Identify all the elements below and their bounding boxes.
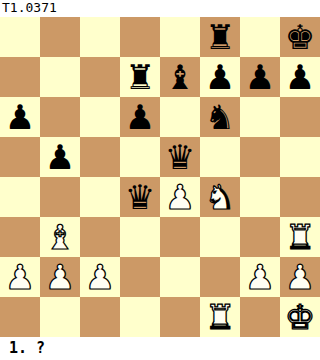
black-bishop[interactable]: ♝ [165, 57, 195, 97]
white-king[interactable]: ♚ [285, 297, 315, 337]
square-d2[interactable] [120, 257, 160, 297]
white-pawn[interactable]: ♟ [285, 257, 315, 297]
square-c5[interactable] [80, 137, 120, 177]
square-a1[interactable] [0, 297, 40, 337]
black-queen[interactable]: ♛ [125, 177, 155, 217]
white-pawn[interactable]: ♟ [5, 257, 35, 297]
black-pawn[interactable]: ♟ [245, 57, 275, 97]
square-a6[interactable]: ♟ [0, 97, 40, 137]
black-king[interactable]: ♚ [285, 17, 315, 57]
white-bishop[interactable]: ♝ [45, 217, 75, 257]
square-b8[interactable] [40, 17, 80, 57]
square-b3[interactable]: ♝ [40, 217, 80, 257]
square-d7[interactable]: ♜ [120, 57, 160, 97]
square-c1[interactable] [80, 297, 120, 337]
white-rook[interactable]: ♜ [285, 217, 315, 257]
square-b5[interactable]: ♟ [40, 137, 80, 177]
square-f4[interactable]: ♞ [200, 177, 240, 217]
square-g3[interactable] [240, 217, 280, 257]
square-d3[interactable] [120, 217, 160, 257]
square-b4[interactable] [40, 177, 80, 217]
square-f1[interactable]: ♜ [200, 297, 240, 337]
square-e3[interactable] [160, 217, 200, 257]
square-g6[interactable] [240, 97, 280, 137]
black-queen[interactable]: ♛ [165, 137, 195, 177]
white-pawn[interactable]: ♟ [85, 257, 115, 297]
move-prompt: 1. ? [0, 337, 320, 360]
square-f8[interactable]: ♜ [200, 17, 240, 57]
chess-puzzle-page: T1.0371 ♜♚♜♝♟♟♟♟♟♞♟♛♛♟♞♝♜♟♟♟♟♟♜♚ 1. ? [0, 0, 320, 360]
square-g2[interactable]: ♟ [240, 257, 280, 297]
square-a8[interactable] [0, 17, 40, 57]
square-d4[interactable]: ♛ [120, 177, 160, 217]
square-f3[interactable] [200, 217, 240, 257]
black-knight[interactable]: ♞ [205, 97, 235, 137]
white-pawn[interactable]: ♟ [245, 257, 275, 297]
white-knight[interactable]: ♞ [205, 177, 235, 217]
square-e5[interactable]: ♛ [160, 137, 200, 177]
square-c4[interactable] [80, 177, 120, 217]
square-b1[interactable] [40, 297, 80, 337]
square-g1[interactable] [240, 297, 280, 337]
square-f5[interactable] [200, 137, 240, 177]
square-d1[interactable] [120, 297, 160, 337]
square-b6[interactable] [40, 97, 80, 137]
square-e1[interactable] [160, 297, 200, 337]
square-g5[interactable] [240, 137, 280, 177]
black-pawn[interactable]: ♟ [285, 57, 315, 97]
square-h1[interactable]: ♚ [280, 297, 320, 337]
square-h8[interactable]: ♚ [280, 17, 320, 57]
square-f7[interactable]: ♟ [200, 57, 240, 97]
square-e7[interactable]: ♝ [160, 57, 200, 97]
square-d6[interactable]: ♟ [120, 97, 160, 137]
square-d5[interactable] [120, 137, 160, 177]
square-a3[interactable] [0, 217, 40, 257]
square-b2[interactable]: ♟ [40, 257, 80, 297]
square-e4[interactable]: ♟ [160, 177, 200, 217]
white-rook[interactable]: ♜ [205, 297, 235, 337]
black-rook[interactable]: ♜ [125, 57, 155, 97]
puzzle-id: T1.0371 [0, 0, 320, 17]
square-h5[interactable] [280, 137, 320, 177]
square-h7[interactable]: ♟ [280, 57, 320, 97]
square-a2[interactable]: ♟ [0, 257, 40, 297]
square-e2[interactable] [160, 257, 200, 297]
square-h3[interactable]: ♜ [280, 217, 320, 257]
black-pawn[interactable]: ♟ [45, 137, 75, 177]
square-d8[interactable] [120, 17, 160, 57]
square-f2[interactable] [200, 257, 240, 297]
square-c7[interactable] [80, 57, 120, 97]
square-e6[interactable] [160, 97, 200, 137]
square-c6[interactable] [80, 97, 120, 137]
square-h2[interactable]: ♟ [280, 257, 320, 297]
square-a7[interactable] [0, 57, 40, 97]
black-pawn[interactable]: ♟ [5, 97, 35, 137]
square-g8[interactable] [240, 17, 280, 57]
chess-board: ♜♚♜♝♟♟♟♟♟♞♟♛♛♟♞♝♜♟♟♟♟♟♜♚ [0, 17, 320, 337]
square-b7[interactable] [40, 57, 80, 97]
square-a4[interactable] [0, 177, 40, 217]
square-a5[interactable] [0, 137, 40, 177]
square-g4[interactable] [240, 177, 280, 217]
square-e8[interactable] [160, 17, 200, 57]
black-rook[interactable]: ♜ [205, 17, 235, 57]
square-c2[interactable]: ♟ [80, 257, 120, 297]
square-g7[interactable]: ♟ [240, 57, 280, 97]
square-c8[interactable] [80, 17, 120, 57]
square-f6[interactable]: ♞ [200, 97, 240, 137]
black-pawn[interactable]: ♟ [205, 57, 235, 97]
square-c3[interactable] [80, 217, 120, 257]
black-pawn[interactable]: ♟ [125, 97, 155, 137]
white-pawn[interactable]: ♟ [45, 257, 75, 297]
square-h6[interactable] [280, 97, 320, 137]
white-pawn[interactable]: ♟ [165, 177, 195, 217]
square-h4[interactable] [280, 177, 320, 217]
